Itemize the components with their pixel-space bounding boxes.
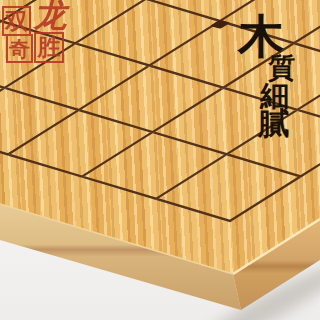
- go-board-product-photo: 双 龙 奇 胜 木 質 細 膩: [0, 0, 320, 320]
- brand-character-long: 龙: [31, 0, 69, 34]
- brand-character-shuang: 双: [2, 6, 31, 36]
- brand-character-qi: 奇: [6, 34, 33, 63]
- brand-seal: 双 龙 奇 胜: [2, 0, 70, 66]
- arris-left-highlight: [0, 204, 233, 274]
- brand-character-sheng: 胜: [34, 32, 64, 63]
- arris-right-highlight: [233, 219, 320, 274]
